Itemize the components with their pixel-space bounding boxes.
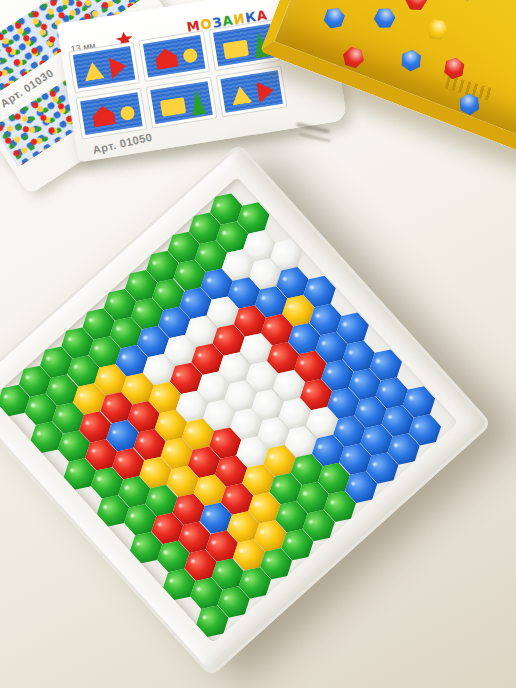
tray-peg[interactable] — [402, 0, 430, 15]
tray-peg[interactable] — [443, 56, 466, 81]
tray-peg[interactable] — [322, 5, 347, 32]
tray-peg[interactable] — [423, 15, 452, 44]
mosaic-board-frame — [0, 143, 492, 677]
sample-picture — [69, 43, 138, 93]
tray-peg[interactable] — [339, 43, 368, 72]
tray-peg[interactable] — [451, 0, 480, 5]
sample-pictures-grid — [69, 20, 286, 138]
sample-picture — [77, 89, 146, 139]
mosaic-board-grid — [0, 177, 458, 643]
scene-root: { "game": "hexagonal peg mosaic (childre… — [0, 0, 516, 688]
sample-picture — [147, 78, 216, 128]
tray-peg[interactable] — [371, 4, 398, 32]
tray-peg[interactable] — [401, 49, 422, 73]
sample-picture — [217, 67, 286, 117]
sample-picture — [139, 31, 208, 81]
